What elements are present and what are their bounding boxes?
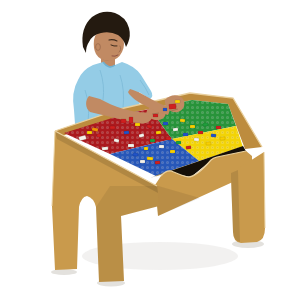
toy-brick xyxy=(156,131,161,135)
toy-brick xyxy=(176,141,181,144)
toy-brick xyxy=(135,123,140,126)
toy-brick xyxy=(153,114,158,117)
toy-brick xyxy=(147,157,153,161)
toy-brick xyxy=(129,117,133,123)
toy-brick xyxy=(211,134,216,138)
toy-brick xyxy=(159,145,164,148)
boy-ear xyxy=(96,44,101,51)
product-photo xyxy=(0,0,300,300)
toy-brick xyxy=(166,137,171,141)
toy-brick xyxy=(203,123,208,127)
toy-brick xyxy=(150,139,155,142)
toy-brick xyxy=(87,131,92,134)
toy-brick xyxy=(144,147,148,150)
toy-brick xyxy=(190,125,195,128)
toy-brick xyxy=(97,134,101,137)
toy-brick xyxy=(170,150,175,153)
toy-brick xyxy=(175,100,180,103)
toy-brick xyxy=(194,138,199,142)
toy-brick xyxy=(173,128,178,132)
toy-brick xyxy=(163,108,167,111)
toy-brick xyxy=(198,131,203,134)
toy-brick xyxy=(169,104,176,110)
toy-brick xyxy=(180,119,185,123)
toy-brick xyxy=(124,131,129,135)
toy-brick xyxy=(186,146,191,150)
floor-shadow xyxy=(51,240,264,287)
toy-brick xyxy=(155,161,160,165)
toy-brick xyxy=(121,119,126,123)
toy-brick xyxy=(110,126,115,129)
toy-brick xyxy=(133,153,138,157)
toy-brick xyxy=(163,122,168,125)
scene-photo xyxy=(0,0,300,300)
toy-brick xyxy=(206,142,211,145)
toy-brick xyxy=(220,137,225,141)
toy-brick xyxy=(128,144,134,147)
toy-brick xyxy=(183,133,188,136)
toy-brick xyxy=(102,147,108,151)
toy-brick xyxy=(140,160,145,163)
toy-brick xyxy=(216,126,221,129)
